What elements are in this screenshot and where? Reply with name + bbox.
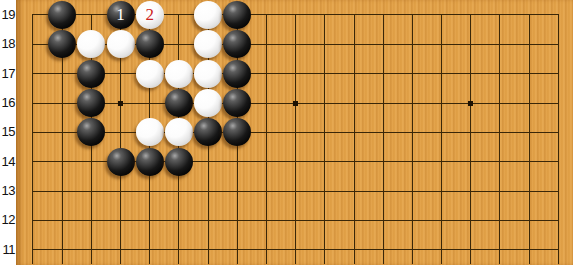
white-stone[interactable] bbox=[136, 118, 164, 146]
intersection-M12[interactable] bbox=[339, 206, 368, 235]
white-stone[interactable] bbox=[165, 60, 193, 88]
intersection-D19[interactable]: 1 bbox=[106, 0, 135, 29]
intersection-J15[interactable] bbox=[252, 118, 281, 147]
intersection-P11[interactable] bbox=[427, 235, 456, 264]
black-stone[interactable] bbox=[77, 89, 105, 117]
intersection-R16[interactable] bbox=[485, 88, 514, 117]
intersection-Q17[interactable] bbox=[456, 59, 485, 88]
intersection-G12[interactable] bbox=[194, 206, 223, 235]
intersection-H14[interactable] bbox=[223, 147, 252, 176]
intersection-B11[interactable] bbox=[48, 235, 77, 264]
intersection-T18[interactable] bbox=[544, 30, 573, 59]
intersection-H11[interactable] bbox=[223, 235, 252, 264]
intersection-T15[interactable] bbox=[544, 118, 573, 147]
intersection-E19[interactable]: 2 bbox=[135, 0, 164, 29]
intersection-F17[interactable] bbox=[164, 59, 193, 88]
intersection-F14[interactable] bbox=[164, 147, 193, 176]
intersection-C12[interactable] bbox=[77, 206, 106, 235]
intersection-H16[interactable] bbox=[223, 88, 252, 117]
intersection-G14[interactable] bbox=[194, 147, 223, 176]
intersection-G13[interactable] bbox=[194, 176, 223, 205]
intersection-F16[interactable] bbox=[164, 88, 193, 117]
intersection-J11[interactable] bbox=[252, 235, 281, 264]
intersection-N14[interactable] bbox=[369, 147, 398, 176]
intersection-M14[interactable] bbox=[339, 147, 368, 176]
intersection-L14[interactable] bbox=[310, 147, 339, 176]
intersection-B14[interactable] bbox=[48, 147, 77, 176]
intersection-Q12[interactable] bbox=[456, 206, 485, 235]
intersection-S13[interactable] bbox=[515, 176, 544, 205]
intersection-B17[interactable] bbox=[48, 59, 77, 88]
intersection-P17[interactable] bbox=[427, 59, 456, 88]
white-stone[interactable] bbox=[107, 30, 135, 58]
go-board: 12 bbox=[18, 0, 573, 264]
intersection-L15[interactable] bbox=[310, 118, 339, 147]
intersection-A14[interactable] bbox=[18, 147, 47, 176]
intersection-N12[interactable] bbox=[369, 206, 398, 235]
intersection-E18[interactable] bbox=[135, 30, 164, 59]
hoshi-point bbox=[118, 101, 123, 106]
intersection-P15[interactable] bbox=[427, 118, 456, 147]
black-stone[interactable] bbox=[194, 118, 222, 146]
intersection-P14[interactable] bbox=[427, 147, 456, 176]
intersection-S17[interactable] bbox=[515, 59, 544, 88]
intersection-C19[interactable] bbox=[77, 0, 106, 29]
intersection-L13[interactable] bbox=[310, 176, 339, 205]
intersection-Q11[interactable] bbox=[456, 235, 485, 264]
intersection-S18[interactable] bbox=[515, 30, 544, 59]
black-stone[interactable] bbox=[165, 89, 193, 117]
intersection-K14[interactable] bbox=[281, 147, 310, 176]
intersection-T12[interactable] bbox=[544, 206, 573, 235]
white-stone[interactable] bbox=[194, 60, 222, 88]
intersection-R18[interactable] bbox=[485, 30, 514, 59]
intersection-H19[interactable] bbox=[223, 0, 252, 29]
row-label-19: 19 bbox=[0, 6, 15, 24]
intersection-J17[interactable] bbox=[252, 59, 281, 88]
black-stone[interactable] bbox=[223, 30, 251, 58]
intersection-S15[interactable] bbox=[515, 118, 544, 147]
intersection-E17[interactable] bbox=[135, 59, 164, 88]
row-label-18: 18 bbox=[0, 35, 15, 53]
intersection-K16[interactable] bbox=[281, 88, 310, 117]
intersection-N19[interactable] bbox=[369, 0, 398, 29]
intersection-E13[interactable] bbox=[135, 176, 164, 205]
black-stone[interactable] bbox=[48, 1, 76, 29]
white-stone[interactable] bbox=[136, 60, 164, 88]
intersection-J16[interactable] bbox=[252, 88, 281, 117]
intersection-B13[interactable] bbox=[48, 176, 77, 205]
intersection-P12[interactable] bbox=[427, 206, 456, 235]
intersection-T13[interactable] bbox=[544, 176, 573, 205]
intersection-N18[interactable] bbox=[369, 30, 398, 59]
black-stone[interactable] bbox=[223, 89, 251, 117]
intersection-P16[interactable] bbox=[427, 88, 456, 117]
intersection-J13[interactable] bbox=[252, 176, 281, 205]
intersection-J12[interactable] bbox=[252, 206, 281, 235]
intersection-N11[interactable] bbox=[369, 235, 398, 264]
intersection-A19[interactable] bbox=[18, 0, 47, 29]
intersection-S12[interactable] bbox=[515, 206, 544, 235]
intersection-N15[interactable] bbox=[369, 118, 398, 147]
black-stone[interactable]: 1 bbox=[107, 1, 135, 29]
intersection-C17[interactable] bbox=[77, 59, 106, 88]
intersection-M18[interactable] bbox=[339, 30, 368, 59]
intersection-Q13[interactable] bbox=[456, 176, 485, 205]
intersection-D12[interactable] bbox=[106, 206, 135, 235]
intersection-J19[interactable] bbox=[252, 0, 281, 29]
white-stone[interactable]: 2 bbox=[136, 1, 164, 29]
intersection-Q16[interactable] bbox=[456, 88, 485, 117]
intersection-A12[interactable] bbox=[18, 206, 47, 235]
intersection-O11[interactable] bbox=[398, 235, 427, 264]
intersection-A18[interactable] bbox=[18, 30, 47, 59]
intersection-A15[interactable] bbox=[18, 118, 47, 147]
row-label-12: 12 bbox=[0, 211, 15, 229]
intersection-E14[interactable] bbox=[135, 147, 164, 176]
intersection-K19[interactable] bbox=[281, 0, 310, 29]
intersection-S19[interactable] bbox=[515, 0, 544, 29]
intersection-T11[interactable] bbox=[544, 235, 573, 264]
black-stone[interactable] bbox=[136, 30, 164, 58]
intersection-H13[interactable] bbox=[223, 176, 252, 205]
row-label-15: 15 bbox=[0, 123, 15, 141]
intersection-P19[interactable] bbox=[427, 0, 456, 29]
intersection-G16[interactable] bbox=[194, 88, 223, 117]
intersection-N16[interactable] bbox=[369, 88, 398, 117]
intersection-H17[interactable] bbox=[223, 59, 252, 88]
intersection-F13[interactable] bbox=[164, 176, 193, 205]
intersection-H15[interactable] bbox=[223, 118, 252, 147]
intersection-R13[interactable] bbox=[485, 176, 514, 205]
row-label-11: 11 bbox=[0, 241, 15, 259]
intersection-J18[interactable] bbox=[252, 30, 281, 59]
intersection-E11[interactable] bbox=[135, 235, 164, 264]
intersection-K11[interactable] bbox=[281, 235, 310, 264]
hoshi-point bbox=[293, 101, 298, 106]
intersection-O19[interactable] bbox=[398, 0, 427, 29]
intersection-F19[interactable] bbox=[164, 0, 193, 29]
intersection-T16[interactable] bbox=[544, 88, 573, 117]
intersection-P13[interactable] bbox=[427, 176, 456, 205]
intersection-L12[interactable] bbox=[310, 206, 339, 235]
white-stone[interactable] bbox=[194, 1, 222, 29]
intersection-A16[interactable] bbox=[18, 88, 47, 117]
intersection-S14[interactable] bbox=[515, 147, 544, 176]
black-stone[interactable] bbox=[48, 30, 76, 58]
black-stone[interactable] bbox=[223, 1, 251, 29]
intersection-H12[interactable] bbox=[223, 206, 252, 235]
intersection-B18[interactable] bbox=[48, 30, 77, 59]
intersection-R14[interactable] bbox=[485, 147, 514, 176]
intersection-L11[interactable] bbox=[310, 235, 339, 264]
black-stone[interactable] bbox=[223, 60, 251, 88]
intersection-O13[interactable] bbox=[398, 176, 427, 205]
intersection-F15[interactable] bbox=[164, 118, 193, 147]
row-label-17: 17 bbox=[0, 65, 15, 83]
intersection-M13[interactable] bbox=[339, 176, 368, 205]
intersection-D13[interactable] bbox=[106, 176, 135, 205]
intersection-G15[interactable] bbox=[194, 118, 223, 147]
intersection-Q14[interactable] bbox=[456, 147, 485, 176]
intersection-J14[interactable] bbox=[252, 147, 281, 176]
coordinate-strip: 191817161514131211 bbox=[0, 0, 16, 265]
intersection-O14[interactable] bbox=[398, 147, 427, 176]
intersection-G19[interactable] bbox=[194, 0, 223, 29]
hoshi-point bbox=[468, 101, 473, 106]
intersection-L18[interactable] bbox=[310, 30, 339, 59]
intersection-A13[interactable] bbox=[18, 176, 47, 205]
intersection-M15[interactable] bbox=[339, 118, 368, 147]
intersection-F12[interactable] bbox=[164, 206, 193, 235]
intersection-A17[interactable] bbox=[18, 59, 47, 88]
intersection-G17[interactable] bbox=[194, 59, 223, 88]
move-number-label: 2 bbox=[145, 1, 154, 29]
intersection-T19[interactable] bbox=[544, 0, 573, 29]
intersection-G11[interactable] bbox=[194, 235, 223, 264]
intersection-C11[interactable] bbox=[77, 235, 106, 264]
intersection-E16[interactable] bbox=[135, 88, 164, 117]
white-stone[interactable] bbox=[194, 30, 222, 58]
intersection-B16[interactable] bbox=[48, 88, 77, 117]
intersection-M11[interactable] bbox=[339, 235, 368, 264]
intersection-H18[interactable] bbox=[223, 30, 252, 59]
intersection-S11[interactable] bbox=[515, 235, 544, 264]
intersection-L16[interactable] bbox=[310, 88, 339, 117]
intersection-D17[interactable] bbox=[106, 59, 135, 88]
intersection-C18[interactable] bbox=[77, 30, 106, 59]
intersection-M17[interactable] bbox=[339, 59, 368, 88]
intersection-O16[interactable] bbox=[398, 88, 427, 117]
intersection-E15[interactable] bbox=[135, 118, 164, 147]
intersection-K12[interactable] bbox=[281, 206, 310, 235]
intersection-C13[interactable] bbox=[77, 176, 106, 205]
black-stone[interactable] bbox=[223, 118, 251, 146]
intersection-Q15[interactable] bbox=[456, 118, 485, 147]
intersection-A11[interactable] bbox=[18, 235, 47, 264]
white-stone[interactable] bbox=[165, 118, 193, 146]
black-stone[interactable] bbox=[107, 148, 135, 176]
intersection-S16[interactable] bbox=[515, 88, 544, 117]
intersection-R12[interactable] bbox=[485, 206, 514, 235]
intersection-L17[interactable] bbox=[310, 59, 339, 88]
intersection-M19[interactable] bbox=[339, 0, 368, 29]
intersection-R11[interactable] bbox=[485, 235, 514, 264]
black-stone[interactable] bbox=[77, 60, 105, 88]
intersection-C15[interactable] bbox=[77, 118, 106, 147]
black-stone[interactable] bbox=[77, 118, 105, 146]
intersection-O17[interactable] bbox=[398, 59, 427, 88]
intersection-D15[interactable] bbox=[106, 118, 135, 147]
intersection-D16[interactable] bbox=[106, 88, 135, 117]
intersection-B12[interactable] bbox=[48, 206, 77, 235]
intersection-D18[interactable] bbox=[106, 30, 135, 59]
intersection-T17[interactable] bbox=[544, 59, 573, 88]
intersection-R15[interactable] bbox=[485, 118, 514, 147]
intersection-K18[interactable] bbox=[281, 30, 310, 59]
intersection-F11[interactable] bbox=[164, 235, 193, 264]
intersection-T14[interactable] bbox=[544, 147, 573, 176]
intersection-R17[interactable] bbox=[485, 59, 514, 88]
intersection-M16[interactable] bbox=[339, 88, 368, 117]
intersection-P18[interactable] bbox=[427, 30, 456, 59]
black-stone[interactable] bbox=[165, 148, 193, 176]
row-label-13: 13 bbox=[0, 182, 15, 200]
intersection-N13[interactable] bbox=[369, 176, 398, 205]
intersection-D11[interactable] bbox=[106, 235, 135, 264]
intersection-K17[interactable] bbox=[281, 59, 310, 88]
intersection-R19[interactable] bbox=[485, 0, 514, 29]
intersection-E12[interactable] bbox=[135, 206, 164, 235]
intersection-G18[interactable] bbox=[194, 30, 223, 59]
row-label-14: 14 bbox=[0, 153, 15, 171]
intersection-O18[interactable] bbox=[398, 30, 427, 59]
white-stone[interactable] bbox=[194, 89, 222, 117]
intersection-O15[interactable] bbox=[398, 118, 427, 147]
go-diagram: 12 191817161514131211 bbox=[0, 0, 573, 265]
intersection-D14[interactable] bbox=[106, 147, 135, 176]
intersection-K13[interactable] bbox=[281, 176, 310, 205]
white-stone[interactable] bbox=[77, 30, 105, 58]
intersection-K15[interactable] bbox=[281, 118, 310, 147]
intersection-O12[interactable] bbox=[398, 206, 427, 235]
intersection-N17[interactable] bbox=[369, 59, 398, 88]
black-stone[interactable] bbox=[136, 148, 164, 176]
move-number-label: 1 bbox=[116, 1, 125, 29]
intersection-C14[interactable] bbox=[77, 147, 106, 176]
intersection-B15[interactable] bbox=[48, 118, 77, 147]
row-label-16: 16 bbox=[0, 94, 15, 112]
intersection-L19[interactable] bbox=[310, 0, 339, 29]
intersection-Q19[interactable] bbox=[456, 0, 485, 29]
intersection-F18[interactable] bbox=[164, 30, 193, 59]
intersection-Q18[interactable] bbox=[456, 30, 485, 59]
intersection-B19[interactable] bbox=[48, 0, 77, 29]
intersection-C16[interactable] bbox=[77, 88, 106, 117]
